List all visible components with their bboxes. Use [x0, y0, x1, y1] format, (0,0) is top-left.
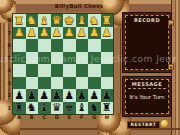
black-pawn: ♟: [52, 90, 62, 101]
square-g2[interactable]: ♟: [88, 89, 101, 102]
square-d8[interactable]: ♛: [51, 14, 64, 27]
file-label-b: B: [26, 114, 39, 121]
black-pawn: ♟: [89, 90, 99, 101]
yellow-bishop: ♝: [39, 15, 49, 26]
square-e7[interactable]: ♟: [63, 27, 76, 40]
square-c8[interactable]: ♝: [38, 14, 51, 27]
black-pawn: ♟: [102, 90, 112, 101]
square-e1[interactable]: ♚: [63, 102, 76, 115]
black-bishop: ♝: [77, 102, 87, 113]
file-labels: ABCDEFGH: [13, 114, 113, 121]
rank-label-3: 3: [5, 77, 12, 90]
record-panel-title: RECORD: [126, 16, 168, 24]
square-h2[interactable]: ♟: [101, 89, 114, 102]
black-pawn: ♟: [77, 90, 87, 101]
square-f1[interactable]: ♝: [76, 102, 89, 115]
square-g4[interactable]: [88, 64, 101, 77]
yellow-knight: ♞: [89, 15, 99, 26]
square-h4[interactable]: [101, 64, 114, 77]
file-label-g: G: [88, 114, 101, 121]
square-d3[interactable]: [51, 77, 64, 90]
yellow-queen: ♛: [52, 15, 62, 26]
coin-icon: [161, 120, 168, 127]
square-h6[interactable]: [101, 39, 114, 52]
square-e3[interactable]: [63, 77, 76, 90]
rank-label-7: 7: [5, 27, 12, 40]
rank-label-8: 8: [5, 14, 12, 27]
square-d1[interactable]: ♛: [51, 102, 64, 115]
square-b6[interactable]: [26, 39, 39, 52]
scroll-down-icon[interactable]: ▼: [168, 64, 174, 70]
yellow-pawn: ♟: [77, 27, 87, 38]
square-d2[interactable]: ♟: [51, 89, 64, 102]
square-c3[interactable]: [38, 77, 51, 90]
file-label-c: C: [38, 114, 51, 121]
square-g6[interactable]: [88, 39, 101, 52]
rank-label-4: 4: [5, 64, 12, 77]
game-window: BillyBull Chess 87654321 ♜♞♝♛♚♝♞♜♟♟♟♟♟♟♟…: [0, 0, 180, 135]
square-a4[interactable]: [13, 64, 26, 77]
square-f4[interactable]: [76, 64, 89, 77]
square-g7[interactable]: ♟: [88, 27, 101, 40]
square-b7[interactable]: ♟: [26, 27, 39, 40]
chess-board: ♜♞♝♛♚♝♞♜♟♟♟♟♟♟♟♟♟♟♟♟♟♟♟♟♜♞♝♛♚♝♞♜: [13, 14, 113, 114]
yellow-rook: ♜: [14, 15, 24, 26]
black-pawn: ♟: [39, 90, 49, 101]
yellow-pawn: ♟: [89, 27, 99, 38]
square-c2[interactable]: ♟: [38, 89, 51, 102]
square-b1[interactable]: ♞: [26, 102, 39, 115]
black-knight: ♞: [27, 102, 37, 113]
file-label-h: H: [101, 114, 114, 121]
black-knight: ♞: [89, 102, 99, 113]
rank-label-2: 2: [5, 89, 12, 102]
square-a6[interactable]: [13, 39, 26, 52]
square-h7[interactable]: ♟: [101, 27, 114, 40]
square-a7[interactable]: ♟: [13, 27, 26, 40]
square-g1[interactable]: ♞: [88, 102, 101, 115]
yellow-pawn: ♟: [27, 27, 37, 38]
square-b2[interactable]: ♟: [26, 89, 39, 102]
square-b4[interactable]: [26, 64, 39, 77]
square-e6[interactable]: [63, 39, 76, 52]
black-rook: ♜: [14, 102, 24, 113]
square-c1[interactable]: ♝: [38, 102, 51, 115]
scroll-up-icon[interactable]: ▲: [168, 20, 174, 26]
message-panel-title: MESSAGE: [128, 80, 166, 89]
yellow-king: ♚: [64, 15, 74, 26]
message-panel: MESSAGE It's Your Turn: [122, 76, 172, 117]
rank-labels: 87654321: [5, 14, 12, 114]
yellow-pawn: ♟: [39, 27, 49, 38]
black-pawn: ♟: [14, 90, 24, 101]
black-pawn: ♟: [27, 90, 37, 101]
square-c4[interactable]: [38, 64, 51, 77]
square-h8[interactable]: ♜: [101, 14, 114, 27]
file-label-e: E: [63, 114, 76, 121]
square-g8[interactable]: ♞: [88, 14, 101, 27]
square-b3[interactable]: [26, 77, 39, 90]
square-c6[interactable]: [38, 39, 51, 52]
file-label-d: D: [51, 114, 64, 121]
yellow-pawn: ♟: [52, 27, 62, 38]
square-a3[interactable]: [13, 77, 26, 90]
black-pawn: ♟: [64, 90, 74, 101]
square-f8[interactable]: ♝: [76, 14, 89, 27]
yellow-pawn: ♟: [102, 27, 112, 38]
square-e8[interactable]: ♚: [63, 14, 76, 27]
file-label-f: F: [76, 114, 89, 121]
yellow-pawn: ♟: [14, 27, 24, 38]
page-title: BillyBull Chess: [30, 3, 128, 9]
black-queen: ♛: [52, 102, 62, 113]
square-d6[interactable]: [51, 39, 64, 52]
square-e4[interactable]: [63, 64, 76, 77]
black-bishop: ♝: [39, 102, 49, 113]
file-label-a: A: [13, 114, 26, 121]
square-a8[interactable]: ♜: [13, 14, 26, 27]
square-f2[interactable]: ♟: [76, 89, 89, 102]
yellow-knight: ♞: [27, 15, 37, 26]
square-d4[interactable]: [51, 64, 64, 77]
square-f6[interactable]: [76, 39, 89, 52]
square-e2[interactable]: ♟: [63, 89, 76, 102]
square-a2[interactable]: ♟: [13, 89, 26, 102]
yellow-bishop: ♝: [77, 15, 87, 26]
square-f3[interactable]: [76, 77, 89, 90]
yellow-rook: ♜: [102, 15, 112, 26]
black-king: ♚: [64, 102, 74, 113]
square-d7[interactable]: ♟: [51, 27, 64, 40]
square-a1[interactable]: ♜: [13, 102, 26, 115]
restart-button[interactable]: RESTART: [127, 121, 160, 129]
square-c7[interactable]: ♟: [38, 27, 51, 40]
square-f7[interactable]: ♟: [76, 27, 89, 40]
square-h1[interactable]: ♜: [101, 102, 114, 115]
black-rook: ♜: [102, 102, 112, 113]
turn-message: It's Your Turn: [126, 94, 168, 100]
square-h3[interactable]: [101, 77, 114, 90]
square-g3[interactable]: [88, 77, 101, 90]
rank-label-1: 1: [5, 102, 12, 115]
rank-label-6: 6: [5, 39, 12, 52]
watermark: Jeuxclic.com Games Jeuxclic.com Jeux: [0, 54, 180, 64]
square-b8[interactable]: ♞: [26, 14, 39, 27]
yellow-pawn: ♟: [64, 27, 74, 38]
message-body: MESSAGE It's Your Turn: [125, 79, 169, 114]
